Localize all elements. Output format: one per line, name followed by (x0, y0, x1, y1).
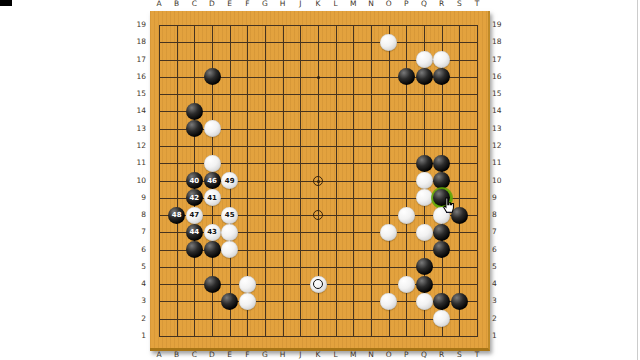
coord-label-left: 3 (130, 297, 146, 305)
white-stone (416, 172, 433, 189)
black-stone (416, 258, 433, 275)
coord-label-top: A (153, 0, 165, 8)
coord-label-bottom: M (347, 351, 359, 359)
coord-label-top: H (277, 0, 289, 8)
black-stone (433, 155, 450, 172)
black-stone (186, 120, 203, 137)
black-stone (433, 224, 450, 241)
coord-label-right: 8 (492, 211, 508, 219)
coord-label-top: T (471, 0, 483, 8)
white-stone (398, 207, 415, 224)
black-stone: 44 (186, 224, 203, 241)
coord-label-left: 6 (130, 246, 146, 254)
coord-label-right: 3 (492, 297, 508, 305)
white-stone (416, 51, 433, 68)
coord-label-left: 18 (130, 38, 146, 46)
white-stone (416, 189, 433, 206)
black-stone: 48 (168, 207, 185, 224)
coord-label-left: 15 (130, 90, 146, 98)
black-stone (204, 276, 221, 293)
coord-label-top: B (171, 0, 183, 8)
coord-label-right: 9 (492, 194, 508, 202)
star-point (317, 76, 320, 79)
coord-label-left: 4 (130, 280, 146, 288)
coord-label-left: 7 (130, 228, 146, 236)
coord-label-top: R (436, 0, 448, 8)
coord-label-top: J (294, 0, 306, 8)
coord-label-left: 10 (130, 177, 146, 185)
coord-label-top: M (347, 0, 359, 8)
coord-label-bottom: H (277, 351, 289, 359)
hand-cursor-icon (441, 197, 455, 215)
white-stone (221, 241, 238, 258)
white-stone: 41 (204, 189, 221, 206)
white-stone: 49 (221, 172, 238, 189)
coord-label-bottom: P (400, 351, 412, 359)
coord-label-top: G (259, 0, 271, 8)
coord-label-right: 4 (492, 280, 508, 288)
coord-label-left: 19 (130, 21, 146, 29)
coord-label-left: 1 (130, 332, 146, 340)
white-stone (380, 293, 397, 310)
grid-vertical-line (459, 25, 460, 337)
coord-label-left: 14 (130, 107, 146, 115)
coord-label-left: 8 (130, 211, 146, 219)
coord-label-bottom: S (453, 351, 465, 359)
white-stone (416, 293, 433, 310)
coord-label-top: L (330, 0, 342, 8)
coord-label-right: 5 (492, 263, 508, 271)
screen: 40464942414847454443 AABBCCDDEEFFGGHHJJK… (0, 0, 640, 360)
white-stone (204, 155, 221, 172)
black-stone (451, 293, 468, 310)
black-stone (186, 241, 203, 258)
coord-label-bottom: N (365, 351, 377, 359)
black-stone: 42 (186, 189, 203, 206)
grid-vertical-line (477, 25, 478, 337)
white-stone (380, 34, 397, 51)
coord-label-right: 13 (492, 125, 508, 133)
coord-label-right: 11 (492, 159, 508, 167)
grid-horizontal-line (159, 319, 478, 320)
black-stone (416, 155, 433, 172)
coord-label-left: 12 (130, 142, 146, 150)
coord-label-right: 12 (492, 142, 508, 150)
coord-label-right: 14 (492, 107, 508, 115)
white-stone: 45 (221, 207, 238, 224)
white-stone (221, 224, 238, 241)
white-stone (239, 276, 256, 293)
grid-vertical-line (389, 25, 390, 337)
coord-label-left: 2 (130, 315, 146, 323)
coord-label-top: P (400, 0, 412, 8)
coord-label-bottom: G (259, 351, 271, 359)
grid-vertical-line (336, 25, 337, 337)
coord-label-bottom: L (330, 351, 342, 359)
black-stone (433, 68, 450, 85)
coord-label-right: 15 (492, 90, 508, 98)
coord-label-right: 2 (492, 315, 508, 323)
coord-label-right: 17 (492, 56, 508, 64)
grid-vertical-line (353, 25, 354, 337)
black-stone (416, 276, 433, 293)
black-stone (204, 241, 221, 258)
coord-label-right: 6 (492, 246, 508, 254)
coord-label-bottom: K (312, 351, 324, 359)
coord-label-right: 10 (492, 177, 508, 185)
coord-label-bottom: R (436, 351, 448, 359)
window-edge (637, 0, 638, 360)
white-stone (433, 310, 450, 327)
coord-label-top: N (365, 0, 377, 8)
coord-label-left: 17 (130, 56, 146, 64)
coord-label-right: 19 (492, 21, 508, 29)
black-stone (433, 293, 450, 310)
black-stone (398, 68, 415, 85)
coord-label-left: 9 (130, 194, 146, 202)
coord-label-bottom: T (471, 351, 483, 359)
black-stone (204, 68, 221, 85)
black-stone: 40 (186, 172, 203, 189)
black-stone (416, 68, 433, 85)
white-stone (380, 224, 397, 241)
coord-label-bottom: O (383, 351, 395, 359)
grid-vertical-line (371, 25, 372, 337)
white-stone (239, 293, 256, 310)
grid-horizontal-line (159, 336, 478, 337)
screen-corner-artifact (0, 0, 12, 6)
coord-label-top: O (383, 0, 395, 8)
circle-marker (313, 210, 323, 220)
black-stone (433, 241, 450, 258)
white-stone (398, 276, 415, 293)
white-stone: 47 (186, 207, 203, 224)
coord-label-left: 16 (130, 73, 146, 81)
black-stone (186, 103, 203, 120)
coord-label-left: 5 (130, 263, 146, 271)
coord-label-bottom: B (171, 351, 183, 359)
coord-label-top: K (312, 0, 324, 8)
white-stone (433, 51, 450, 68)
coord-label-right: 16 (492, 73, 508, 81)
white-stone: 43 (204, 224, 221, 241)
coord-label-top: D (206, 0, 218, 8)
coord-label-bottom: Q (418, 351, 430, 359)
coord-label-left: 11 (130, 159, 146, 167)
black-stone (221, 293, 238, 310)
coord-label-left: 13 (130, 125, 146, 133)
coord-label-bottom: F (241, 351, 253, 359)
coord-label-top: C (188, 0, 200, 8)
circle-marker (313, 176, 323, 186)
white-stone (204, 120, 221, 137)
coord-label-top: E (224, 0, 236, 8)
coord-label-bottom: E (224, 351, 236, 359)
coord-label-right: 1 (492, 332, 508, 340)
coord-label-top: S (453, 0, 465, 8)
coord-label-bottom: J (294, 351, 306, 359)
black-stone: 46 (204, 172, 221, 189)
coord-label-bottom: C (188, 351, 200, 359)
coord-label-bottom: A (153, 351, 165, 359)
go-board[interactable]: 40464942414847454443 (150, 11, 490, 351)
coord-label-bottom: D (206, 351, 218, 359)
coord-label-top: F (241, 0, 253, 8)
white-stone (416, 224, 433, 241)
coord-label-right: 7 (492, 228, 508, 236)
coord-label-top: Q (418, 0, 430, 8)
coord-label-right: 18 (492, 38, 508, 46)
